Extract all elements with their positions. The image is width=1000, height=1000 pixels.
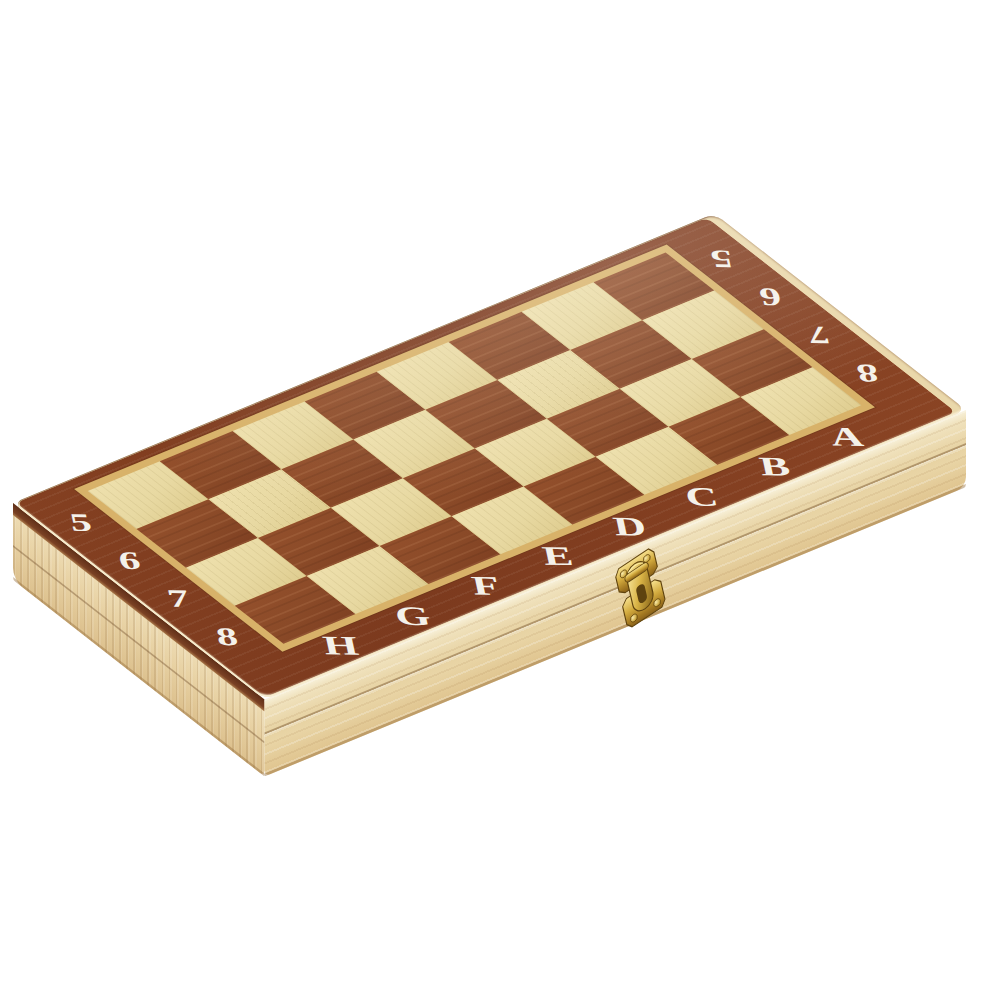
file-label-h: H — [320, 630, 361, 661]
file-label-c: C — [682, 481, 721, 512]
file-label-g: G — [392, 600, 433, 631]
file-label-a: A — [827, 421, 866, 452]
file-label-d: D — [610, 511, 649, 542]
product-photo-chess-box: HGFEDCBA55667788 — [0, 0, 1000, 1000]
